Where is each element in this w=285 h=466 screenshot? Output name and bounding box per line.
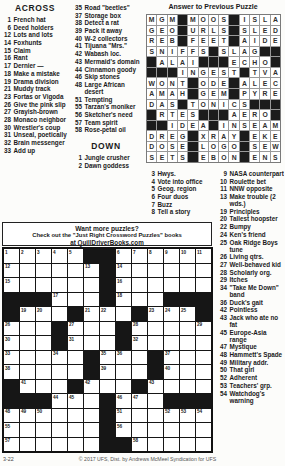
- cell-r9c9[interactable]: [132, 365, 147, 379]
- answer-cell-r12c13: E: [271, 131, 280, 141]
- cell-r5c2[interactable]: 19: [20, 307, 35, 321]
- cell-r11c4[interactable]: 44: [52, 394, 67, 408]
- cell-r13c12[interactable]: [180, 423, 195, 437]
- block-r5c1: [4, 307, 19, 321]
- cell-r8c11[interactable]: 37: [164, 351, 179, 365]
- promo-link[interactable]: at QuillDriverBooks.com: [3, 239, 211, 246]
- clue-number: 42: [71, 50, 85, 57]
- cell-r8c2[interactable]: [20, 351, 35, 365]
- across-clue-32: 32Brain messenger: [0, 139, 70, 146]
- clue-number: 42: [216, 306, 230, 313]
- answer-cell-r6c6: G: [199, 68, 208, 78]
- cell-number-54: 54: [197, 409, 202, 414]
- answer-cell-r12c6: X: [199, 131, 208, 141]
- cell-r1c12[interactable]: 10: [180, 249, 195, 263]
- cell-r8c13[interactable]: [196, 351, 211, 365]
- puzzle-grid: 1234567891011121314151617181920212223242…: [2, 247, 213, 453]
- cell-r1c11[interactable]: 9: [164, 249, 179, 263]
- cell-r12c12[interactable]: 53: [180, 409, 195, 423]
- answer-cell-r4c2: N: [157, 47, 166, 57]
- cell-r9c13[interactable]: [196, 365, 211, 379]
- answer-block-r5c1: [147, 57, 156, 67]
- cell-r10c4[interactable]: [52, 380, 67, 394]
- answer-cell-r8c7: E: [209, 89, 218, 99]
- block-r1c7: [100, 249, 115, 263]
- block-r4c3: [36, 293, 51, 307]
- answer-cell-r11c3: I: [168, 121, 177, 131]
- block-r13c7: [100, 423, 115, 437]
- across-clues-column-1: ACROSS 1French hat6Deed holders12Lots an…: [0, 3, 70, 154]
- date-code: 3-22: [3, 456, 14, 462]
- cell-r12c10[interactable]: [148, 409, 163, 423]
- cell-r13c2[interactable]: [20, 423, 35, 437]
- answer-cell-r8c8: M: [219, 89, 228, 99]
- answer-cell-r8c2: M: [157, 89, 166, 99]
- cell-r6c9[interactable]: 28: [132, 322, 147, 336]
- promo-line-1: Want more puzzles?: [3, 225, 211, 232]
- cell-r4c8[interactable]: 18: [116, 293, 131, 307]
- cell-r1c8[interactable]: 6: [116, 249, 131, 263]
- cell-r6c12[interactable]: [180, 322, 195, 336]
- clue-text: Drama division: [14, 78, 71, 85]
- across-clue-58: 58Rose-petal oil: [71, 126, 141, 133]
- cell-r13c11[interactable]: [164, 423, 179, 437]
- cell-r14c12[interactable]: [180, 438, 195, 452]
- cell-r14c9[interactable]: 58: [132, 438, 147, 452]
- cell-number-45: 45: [69, 395, 74, 400]
- clue-number: 33: [0, 147, 14, 154]
- cell-r7c2[interactable]: [20, 336, 35, 350]
- block-r4c1: [4, 293, 19, 307]
- cell-r10c7[interactable]: [100, 380, 115, 394]
- answer-cell-r11c4: D: [178, 121, 187, 131]
- answer-cell-r10c11: R: [250, 110, 259, 120]
- cell-r13c3[interactable]: [36, 423, 51, 437]
- cell-r2c2[interactable]: [20, 264, 35, 278]
- cell-r10c6[interactable]: 42: [84, 380, 99, 394]
- cell-r12c6[interactable]: [84, 409, 99, 423]
- clue-number: 31: [0, 131, 14, 138]
- cell-r7c5[interactable]: 31: [68, 336, 83, 350]
- cell-r13c6[interactable]: [84, 423, 99, 437]
- answer-cell-r7c2: O: [157, 78, 166, 88]
- cell-r9c3[interactable]: [36, 365, 51, 379]
- cell-r14c4[interactable]: [52, 438, 67, 452]
- answer-cell-r14c7: B: [209, 152, 218, 162]
- answer-cell-r12c9: Y: [229, 131, 238, 141]
- cell-r7c13[interactable]: [196, 336, 211, 350]
- answer-cell-r14c2: E: [157, 152, 166, 162]
- clue-text: Detect a rat: [85, 19, 142, 26]
- cell-r12c1[interactable]: 48: [4, 409, 19, 423]
- answer-cell-r9c5: T: [188, 100, 197, 110]
- clue-number: 57: [71, 119, 85, 126]
- cell-r11c5[interactable]: 45: [68, 394, 83, 408]
- cell-number-7: 7: [133, 250, 136, 255]
- cell-r2c8[interactable]: 14: [116, 264, 131, 278]
- answer-cell-r4c10: A: [240, 47, 249, 57]
- answer-cell-r2c1: G: [147, 26, 156, 36]
- cell-r6c11[interactable]: [164, 322, 179, 336]
- answer-cell-r10c3: T: [168, 110, 177, 120]
- cell-r10c2[interactable]: 41: [20, 380, 35, 394]
- cell-number-24: 24: [165, 308, 170, 313]
- answer-cell-r1c13: A: [271, 15, 280, 25]
- cell-r12c9[interactable]: [132, 409, 147, 423]
- answer-cell-r5c12: O: [260, 57, 269, 67]
- cell-r3c4[interactable]: [52, 278, 67, 292]
- cell-r6c3[interactable]: [36, 322, 51, 336]
- cell-r4c4[interactable]: 17: [52, 293, 67, 307]
- clue-text: Jack who ate no fat: [230, 314, 285, 328]
- cell-r4c6[interactable]: [84, 293, 99, 307]
- clue-number: 24: [216, 231, 230, 238]
- cell-r9c2[interactable]: [20, 365, 35, 379]
- cell-r8c5[interactable]: [68, 351, 83, 365]
- cell-r7c12[interactable]: [180, 336, 195, 350]
- down-clue-36: 36Duck's gait: [216, 299, 284, 306]
- cell-r5c11[interactable]: 24: [164, 307, 179, 321]
- answer-cell-r1c5: M: [188, 15, 197, 25]
- answer-block-r6c2: [157, 68, 166, 78]
- clue-text: Skip stones: [85, 73, 142, 80]
- block-r14c8: [116, 438, 131, 452]
- answer-cell-r6c13: A: [271, 68, 280, 78]
- cell-r5c10[interactable]: 23: [148, 307, 163, 321]
- cell-r4c5[interactable]: [68, 293, 83, 307]
- cell-r2c5[interactable]: [68, 264, 83, 278]
- cell-r12c8[interactable]: 51: [116, 409, 131, 423]
- answer-cell-r13c12: E: [260, 142, 269, 152]
- cell-r5c12[interactable]: 25: [180, 307, 195, 321]
- answer-cell-r2c11: L: [250, 26, 259, 36]
- down-clue-26: 26Living qtrs.: [216, 253, 284, 260]
- answer-cell-r6c11: T: [250, 68, 259, 78]
- clue-number: 35: [71, 4, 85, 11]
- cell-r13c5[interactable]: [68, 423, 83, 437]
- cell-r7c11[interactable]: [164, 336, 179, 350]
- cell-r9c1[interactable]: 38: [4, 365, 19, 379]
- cell-r3c12[interactable]: [180, 278, 195, 292]
- answer-cell-r4c5: F: [188, 47, 197, 57]
- answer-cell-r1c3: M: [168, 15, 177, 25]
- cell-r3c3[interactable]: [36, 278, 51, 292]
- cell-r9c12[interactable]: [180, 365, 195, 379]
- cell-r14c2[interactable]: [20, 438, 35, 452]
- block-r5c9: [132, 307, 147, 321]
- cell-r12c2[interactable]: 49: [20, 409, 35, 423]
- block-r8c10: [148, 351, 163, 365]
- cell-number-1: 1: [5, 250, 8, 255]
- answer-cell-r4c6: S: [199, 47, 208, 57]
- cell-r1c3[interactable]: 3: [36, 249, 51, 263]
- clue-number: 47: [216, 343, 230, 350]
- cell-r14c3[interactable]: [36, 438, 51, 452]
- cell-r13c9[interactable]: [132, 423, 147, 437]
- answer-cell-r8c1: A: [147, 89, 156, 99]
- cell-r9c7[interactable]: 39: [100, 365, 115, 379]
- down-clue-24: 24Ken's friend: [216, 231, 284, 238]
- cell-r8c1[interactable]: 33: [4, 351, 19, 365]
- block-r11c7: [100, 394, 115, 408]
- clue-number: 21: [0, 85, 14, 92]
- cell-r1c2[interactable]: 2: [20, 249, 35, 263]
- answer-block-r3c4: [178, 36, 187, 46]
- cell-r9c8[interactable]: [116, 365, 131, 379]
- answer-cell-r11c11: E: [250, 121, 259, 131]
- across-clue-33: 33Add up: [0, 147, 70, 154]
- previous-answer-panel: Answer to Previous Puzzle MGMMOOSISLAGEO…: [142, 3, 284, 163]
- cell-r3c5[interactable]: [68, 278, 83, 292]
- cell-r14c1[interactable]: 57: [4, 438, 19, 452]
- across-clue-12: 12Lots and lots: [0, 31, 70, 38]
- cell-r13c4[interactable]: [52, 423, 67, 437]
- cell-r1c1[interactable]: 1: [4, 249, 19, 263]
- cell-r5c3[interactable]: 20: [36, 307, 51, 321]
- clue-text: Cinnamon goody: [85, 66, 142, 73]
- cell-r8c3[interactable]: [36, 351, 51, 365]
- clue-number: 1: [71, 154, 85, 161]
- answer-cell-r11c8: I: [219, 121, 228, 131]
- cell-r12c11[interactable]: 52: [164, 409, 179, 423]
- answer-cell-r13c8: G: [219, 142, 228, 152]
- answer-cell-r4c3: I: [168, 47, 177, 57]
- cell-r14c6[interactable]: [84, 438, 99, 452]
- answer-cell-r1c2: G: [157, 15, 166, 25]
- across-clue-41: 41Tijuana "Mrs.": [71, 42, 141, 49]
- cell-r10c8[interactable]: [116, 380, 131, 394]
- cell-r6c2[interactable]: [20, 322, 35, 336]
- answer-cell-r13c13: W: [271, 142, 280, 152]
- cell-r13c13[interactable]: [196, 423, 211, 437]
- cell-r7c1[interactable]: 30: [4, 336, 19, 350]
- answer-cell-r4c4: F: [178, 47, 187, 57]
- across-clue-30: 30Wrestler's coup: [0, 124, 70, 131]
- cell-r14c13[interactable]: [196, 438, 211, 452]
- answer-block-r2c4: [178, 26, 187, 36]
- cell-r2c6[interactable]: 13: [84, 264, 99, 278]
- answer-block-r5c8: [219, 57, 228, 67]
- answer-cell-r1c12: L: [260, 15, 269, 25]
- cell-r8c4[interactable]: 34: [52, 351, 67, 365]
- cell-r8c8[interactable]: 36: [116, 351, 131, 365]
- answer-block-r1c9: [229, 15, 238, 25]
- clue-number: 16: [0, 54, 14, 61]
- cell-r6c7[interactable]: [100, 322, 115, 336]
- cell-r8c9[interactable]: [132, 351, 147, 365]
- cell-r3c9[interactable]: [132, 278, 147, 292]
- cell-number-21: 21: [85, 308, 90, 313]
- cell-r6c13[interactable]: 29: [196, 322, 211, 336]
- cell-r4c9[interactable]: [132, 293, 147, 307]
- answer-cell-r6c4: I: [178, 68, 187, 78]
- cell-r12c4[interactable]: [52, 409, 67, 423]
- answer-cell-r13c6: L: [199, 142, 208, 152]
- cell-number-9: 9: [165, 250, 168, 255]
- answer-block-r4c13: [271, 47, 280, 57]
- cell-r6c10[interactable]: [148, 322, 163, 336]
- answer-cell-r9c10: S: [240, 100, 249, 110]
- down-clue-6: 6Four duos: [144, 193, 214, 200]
- cell-r2c12[interactable]: [180, 264, 195, 278]
- cell-r2c3[interactable]: [36, 264, 51, 278]
- cell-r8c12[interactable]: [180, 351, 195, 365]
- answer-block-r11c2: [157, 121, 166, 131]
- answer-cell-r4c8: S: [219, 47, 228, 57]
- cell-number-57: 57: [5, 438, 10, 443]
- cell-number-37: 37: [165, 351, 170, 356]
- cell-number-19: 19: [21, 308, 26, 313]
- cell-r14c11[interactable]: [164, 438, 179, 452]
- clue-text: Make a mistake: [14, 70, 71, 77]
- block-r6c8: [116, 322, 131, 336]
- cell-r4c10[interactable]: [148, 293, 163, 307]
- cell-r2c9[interactable]: [132, 264, 147, 278]
- cell-r7c7[interactable]: [100, 336, 115, 350]
- answer-cell-r9c2: A: [157, 100, 166, 110]
- clue-number: 12: [0, 31, 14, 38]
- cell-r13c8[interactable]: 56: [116, 423, 131, 437]
- cell-r3c1[interactable]: 15: [4, 278, 19, 292]
- answer-cell-r3c1: R: [147, 36, 156, 46]
- clue-text: Duck's gait: [230, 299, 285, 306]
- answer-cell-r5c9: E: [229, 57, 238, 67]
- cell-r10c11[interactable]: [164, 380, 179, 394]
- clue-text: Muddy track: [14, 85, 71, 92]
- answer-cell-r7c1: W: [147, 78, 156, 88]
- cell-r6c1[interactable]: 26: [4, 322, 19, 336]
- answer-block-r12c10: [240, 131, 249, 141]
- cell-number-52: 52: [165, 409, 170, 414]
- answer-cell-r1c1: M: [147, 15, 156, 25]
- clue-number: 19: [0, 78, 14, 85]
- cell-r5c6[interactable]: 21: [84, 307, 99, 321]
- cell-r12c13[interactable]: 54: [196, 409, 211, 423]
- cell-r8c7[interactable]: 35: [100, 351, 115, 365]
- clue-text: Europe-Asia range: [230, 329, 285, 343]
- answer-cell-r1c11: S: [250, 15, 259, 25]
- cell-r7c10[interactable]: [148, 336, 163, 350]
- cell-r14c5[interactable]: [68, 438, 83, 452]
- cell-r3c10[interactable]: [148, 278, 163, 292]
- cell-r1c10[interactable]: 8: [148, 249, 163, 263]
- cell-r10c10[interactable]: 43: [148, 380, 163, 394]
- cell-r2c10[interactable]: [148, 264, 163, 278]
- clue-text: Road "beetles": [85, 4, 142, 11]
- clue-text: Foxhunts: [14, 39, 71, 46]
- cell-r11c10[interactable]: [148, 394, 163, 408]
- cell-number-31: 31: [69, 337, 74, 342]
- answer-cell-r9c6: O: [199, 100, 208, 110]
- answer-cell-r11c12: A: [260, 121, 269, 131]
- cell-r3c8[interactable]: 16: [116, 278, 131, 292]
- answer-cell-r7c3: N: [168, 78, 177, 88]
- cell-r9c4[interactable]: [52, 365, 67, 379]
- cell-number-39: 39: [101, 366, 106, 371]
- cell-r2c1[interactable]: 12: [4, 264, 19, 278]
- cell-r1c5[interactable]: 5: [68, 249, 83, 263]
- cell-number-50: 50: [37, 409, 42, 414]
- cell-r11c8[interactable]: 46: [116, 394, 131, 408]
- clue-text: Grayish-brown: [14, 108, 71, 115]
- across-clue-list-1: 1French hat6Deed holders12Lots and lots1…: [0, 16, 70, 154]
- answer-cell-r2c12: E: [260, 26, 269, 36]
- cell-number-47: 47: [133, 395, 138, 400]
- cell-r7c3[interactable]: [36, 336, 51, 350]
- clue-text: Geog. region: [158, 185, 215, 192]
- cell-r7c6[interactable]: [84, 336, 99, 350]
- cell-r3c11[interactable]: [164, 278, 179, 292]
- cell-r13c1[interactable]: 55: [4, 423, 19, 437]
- cell-number-40: 40: [165, 366, 170, 371]
- cell-r5c7[interactable]: 22: [100, 307, 115, 321]
- cell-r3c2[interactable]: [20, 278, 35, 292]
- down-clue-53: 53Teachers' grp.: [216, 382, 284, 389]
- clue-number: 26: [216, 253, 230, 260]
- clue-number: 11: [216, 185, 230, 192]
- block-r4c2: [20, 293, 35, 307]
- cell-r10c3[interactable]: [36, 380, 51, 394]
- cell-r12c3[interactable]: 50: [36, 409, 51, 423]
- cell-r9c11[interactable]: 40: [164, 365, 179, 379]
- cell-r3c13[interactable]: [196, 278, 211, 292]
- cell-r11c9[interactable]: 47: [132, 394, 147, 408]
- answer-cell-r11c5: E: [188, 121, 197, 131]
- cell-r10c12[interactable]: [180, 380, 195, 394]
- cell-r2c11[interactable]: [164, 264, 179, 278]
- cell-r9c5[interactable]: [68, 365, 83, 379]
- cell-r2c4[interactable]: [52, 264, 67, 278]
- cell-r6c6[interactable]: [84, 322, 99, 336]
- cell-r1c13[interactable]: 11: [196, 249, 211, 263]
- across-clue-26: 26Give the pink slip: [0, 101, 70, 108]
- cell-r6c5[interactable]: 27: [68, 322, 83, 336]
- cell-number-35: 35: [101, 351, 106, 356]
- clue-number: 18: [0, 70, 14, 77]
- cell-r7c9[interactable]: 32: [132, 336, 147, 350]
- cell-number-44: 44: [53, 395, 58, 400]
- answer-block-r2c9: [229, 26, 238, 36]
- cell-r1c9[interactable]: 7: [132, 249, 147, 263]
- clue-text: Rose-petal oil: [85, 126, 142, 133]
- cell-r5c8[interactable]: [116, 307, 131, 321]
- answer-cell-r13c9: O: [229, 142, 238, 152]
- answer-block-r10c13: [271, 110, 280, 120]
- answer-cell-r7c13: C: [271, 78, 280, 88]
- cell-r3c6[interactable]: [84, 278, 99, 292]
- cell-r14c10[interactable]: [148, 438, 163, 452]
- answer-cell-r11c9: N: [229, 121, 238, 131]
- clue-number: 58: [71, 126, 85, 133]
- cell-r1c4[interactable]: 4: [52, 249, 67, 263]
- copyright: © 2017 UFS, Dist. by Andrews McMeel Synd…: [40, 456, 255, 462]
- cell-r10c13[interactable]: [196, 380, 211, 394]
- clue-number: 55: [71, 103, 85, 110]
- clue-number: 25: [216, 239, 230, 253]
- down-clue-19: 19Principles: [216, 208, 284, 215]
- across-clue-19: 19Drama division: [0, 78, 70, 85]
- cell-r5c4[interactable]: [52, 307, 67, 321]
- cell-r2c13[interactable]: [196, 264, 211, 278]
- answer-cell-r7c10: A: [240, 78, 249, 88]
- cell-r12c5[interactable]: [68, 409, 83, 423]
- cell-r11c6[interactable]: [84, 394, 99, 408]
- across-clue-40: 40W-2 collectors: [71, 35, 141, 42]
- answer-cell-r12c12: K: [260, 131, 269, 141]
- down-clue-8: 8Tell a story: [144, 208, 214, 215]
- cell-r13c10[interactable]: [148, 423, 163, 437]
- cell-number-36: 36: [117, 351, 122, 356]
